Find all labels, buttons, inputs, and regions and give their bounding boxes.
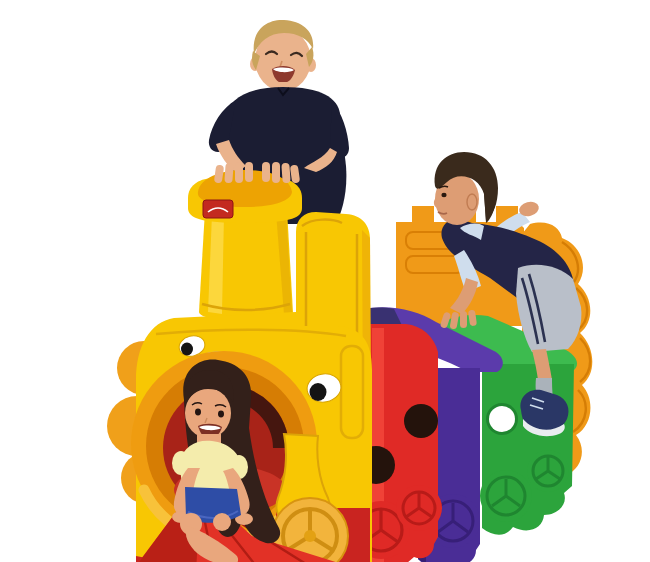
finger <box>460 311 467 328</box>
finger <box>272 162 280 183</box>
left-pupil <box>181 343 193 356</box>
finger <box>262 162 270 182</box>
girl-eye <box>218 411 224 418</box>
girl-eye <box>195 409 201 416</box>
finger <box>281 163 290 184</box>
smokestack <box>188 162 302 321</box>
girl-knee <box>213 513 231 531</box>
finger <box>245 162 253 182</box>
car-red-porthole <box>404 404 438 438</box>
car-green-wheel <box>480 470 532 522</box>
product-photo: Product photo on a white background: thr… <box>40 16 650 562</box>
right-pupil <box>310 383 327 401</box>
car-red-wheel <box>396 485 442 531</box>
car-green-wheel <box>527 450 569 492</box>
play-train-scene <box>40 16 650 562</box>
car-green-porthole <box>489 406 515 432</box>
finger <box>224 163 233 184</box>
climbing-boy-ear <box>467 194 477 210</box>
wheel-hub <box>304 530 316 542</box>
brand-badge <box>203 200 233 218</box>
climbing-boy-eye <box>441 193 446 197</box>
finger <box>235 162 243 183</box>
